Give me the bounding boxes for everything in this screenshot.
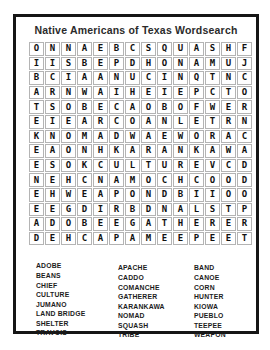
grid-cell: W xyxy=(221,144,236,158)
grid-cell: E xyxy=(221,217,236,231)
grid-cell: E xyxy=(77,188,92,202)
grid-cell: D xyxy=(77,203,92,217)
grid-cell: E xyxy=(93,42,108,56)
grid-cell: H xyxy=(141,57,156,71)
grid-cell: A xyxy=(205,144,220,158)
grid-cell: T xyxy=(205,71,220,85)
word-item: WEAPON xyxy=(194,330,246,340)
grid-cell: E xyxy=(61,115,76,129)
grid-cell: N xyxy=(109,71,124,85)
grid-cell: H xyxy=(45,188,60,202)
grid-cell: A xyxy=(141,130,156,144)
grid-cell: H xyxy=(61,232,76,246)
grid-cell: A xyxy=(77,71,92,85)
grid-cell: E xyxy=(93,57,108,71)
grid-cell: U xyxy=(109,159,124,173)
grid-cell: O xyxy=(141,173,156,187)
grid-cell: J xyxy=(237,57,252,71)
word-item: KIOWA xyxy=(194,302,246,312)
grid-cell: C xyxy=(93,159,108,173)
word-item: HUNTER xyxy=(194,292,246,302)
grid-cell: D xyxy=(157,188,172,202)
grid-cell: W xyxy=(205,100,220,114)
grid-cell: K xyxy=(109,144,124,158)
grid-cell: O xyxy=(61,159,76,173)
grid-cell: R xyxy=(205,217,220,231)
grid-cell: N xyxy=(45,130,60,144)
grid-cell: I xyxy=(93,203,108,217)
grid-cell: V xyxy=(205,159,220,173)
grid-cell: O xyxy=(237,188,252,202)
grid-cell: S xyxy=(45,159,60,173)
grid-cell: A xyxy=(125,100,140,114)
grid-cell: A xyxy=(93,71,108,85)
grid-cell: L xyxy=(125,159,140,173)
word-item: GATHERER xyxy=(118,292,194,302)
grid-cell: A xyxy=(157,144,172,158)
grid-cell: O xyxy=(61,144,76,158)
grid-cell: S xyxy=(45,100,60,114)
grid-cell: O xyxy=(61,130,76,144)
grid-cell: I xyxy=(157,71,172,85)
grid-cell: T xyxy=(221,203,236,217)
grid-cell: N xyxy=(45,42,60,56)
grid-cell: A xyxy=(141,217,156,231)
grid-cell: E xyxy=(173,86,188,100)
grid-cell: O xyxy=(141,100,156,114)
grid-cell: B xyxy=(77,100,92,114)
grid-cell: B xyxy=(77,57,92,71)
word-item: TEEPEE xyxy=(194,321,246,331)
grid-cell: A xyxy=(93,86,108,100)
grid-cell: B xyxy=(125,203,140,217)
grid-cell: D xyxy=(237,173,252,187)
grid-cell: W xyxy=(125,130,140,144)
grid-cell: N xyxy=(141,188,156,202)
grid-cell: I xyxy=(45,57,60,71)
grid-cell: E xyxy=(29,115,44,129)
grid-cell: I xyxy=(157,86,172,100)
grid-cell: E xyxy=(173,232,188,246)
grid-cell: H xyxy=(93,144,108,158)
grid-cell: U xyxy=(173,42,188,56)
grid-cell: W xyxy=(61,188,76,202)
grid-cell: G xyxy=(61,203,76,217)
grid-cell: M xyxy=(77,130,92,144)
wordsearch-grid: ONNAEBCSQUASHFIISBEPDHONAMUJBCIAANUCINQT… xyxy=(29,42,252,245)
grid-cell: I xyxy=(205,188,220,202)
grid-cell: F xyxy=(237,42,252,56)
grid-cell: O xyxy=(157,57,172,71)
grid-cell: A xyxy=(189,42,204,56)
grid-cell: L xyxy=(189,203,204,217)
word-item: JUMANO xyxy=(36,300,118,310)
grid-cell: I xyxy=(189,188,204,202)
grid-cell: R xyxy=(45,86,60,100)
grid-cell: A xyxy=(77,115,92,129)
grid-cell: P xyxy=(189,86,204,100)
grid-cell: A xyxy=(77,42,92,56)
grid-cell: S xyxy=(205,203,220,217)
grid-cell: R xyxy=(141,144,156,158)
puzzle-title: Native Americans of Texas Wordsearch xyxy=(16,24,256,36)
grid-cell: O xyxy=(61,100,76,114)
grid-cell: C xyxy=(109,115,124,129)
grid-cell: T xyxy=(29,100,44,114)
grid-cell: I xyxy=(109,86,124,100)
word-item: CADDO xyxy=(118,273,194,283)
grid-cell: D xyxy=(109,130,124,144)
grid-cell: A xyxy=(221,130,236,144)
grid-cell: E xyxy=(29,188,44,202)
grid-cell: E xyxy=(189,159,204,173)
grid-cell: E xyxy=(45,232,60,246)
grid-cell: T xyxy=(221,86,236,100)
grid-cell: I xyxy=(45,115,60,129)
grid-cell: D xyxy=(237,159,252,173)
grid-cell: P xyxy=(109,232,124,246)
grid-cell: K xyxy=(77,159,92,173)
grid-cell: C xyxy=(237,71,252,85)
grid-cell: C xyxy=(45,71,60,85)
grid-cell: L xyxy=(173,115,188,129)
grid-cell: I xyxy=(61,71,76,85)
grid-cell: O xyxy=(237,86,252,100)
grid-cell: N xyxy=(157,115,172,129)
grid-cell: A xyxy=(93,130,108,144)
grid-cell: E xyxy=(45,203,60,217)
grid-cell: N xyxy=(157,203,172,217)
word-item: NOMAD xyxy=(118,311,194,321)
grid-cell: D xyxy=(45,217,60,231)
grid-cell: O xyxy=(125,115,140,129)
grid-cell: N xyxy=(237,115,252,129)
grid-cell: O xyxy=(61,217,76,231)
grid-cell: S xyxy=(205,42,220,56)
grid-cell: A xyxy=(45,144,60,158)
grid-cell: B xyxy=(157,100,172,114)
grid-cell: W xyxy=(173,130,188,144)
grid-cell: C xyxy=(141,71,156,85)
grid-cell: D xyxy=(29,232,44,246)
grid-cell: R xyxy=(205,130,220,144)
grid-cell: G xyxy=(125,217,140,231)
grid-cell: S xyxy=(141,42,156,56)
grid-cell: C xyxy=(205,86,220,100)
grid-cell: R xyxy=(237,217,252,231)
grid-cell: E xyxy=(93,217,108,231)
grid-cell: A xyxy=(29,86,44,100)
grid-cell: U xyxy=(125,71,140,85)
word-item: APACHE xyxy=(118,263,194,273)
grid-cell: F xyxy=(189,100,204,114)
word-item: BEANS xyxy=(36,271,118,281)
grid-cell: B xyxy=(29,71,44,85)
grid-cell: C xyxy=(189,173,204,187)
grid-cell: S xyxy=(61,57,76,71)
word-item: ADOBE xyxy=(36,261,118,271)
grid-cell: C xyxy=(125,42,140,56)
grid-cell: A xyxy=(173,203,188,217)
grid-cell: P xyxy=(109,57,124,71)
grid-cell: A xyxy=(141,115,156,129)
grid-cell: O xyxy=(221,173,236,187)
grid-cell: N xyxy=(173,71,188,85)
grid-cell: R xyxy=(173,159,188,173)
grid-cell: A xyxy=(109,173,124,187)
word-item: PUEBLO xyxy=(194,311,246,321)
grid-cell: E xyxy=(141,86,156,100)
grid-cell: T xyxy=(157,217,172,231)
word-item: CORN xyxy=(194,283,246,293)
word-item: BAND xyxy=(194,263,246,273)
grid-cell: O xyxy=(205,173,220,187)
grid-cell: C xyxy=(221,159,236,173)
word-item: LAND BRIDGE xyxy=(36,309,118,319)
grid-cell: Q xyxy=(189,71,204,85)
word-item: COMANCHE xyxy=(118,283,194,293)
grid-cell: E xyxy=(29,203,44,217)
worksheet-frame: Native Americans of Texas Wordsearch ONN… xyxy=(13,14,259,334)
grid-cell: W xyxy=(77,86,92,100)
grid-cell: K xyxy=(29,130,44,144)
grid-cell: E xyxy=(29,144,44,158)
grid-cell: H xyxy=(61,173,76,187)
word-item: SHELTER xyxy=(36,319,118,329)
grid-cell: N xyxy=(29,173,44,187)
grid-cell: C xyxy=(157,173,172,187)
grid-cell: H xyxy=(221,42,236,56)
grid-cell: D xyxy=(141,203,156,217)
grid-cell: O xyxy=(189,130,204,144)
grid-cell: N xyxy=(221,71,236,85)
grid-cell: Q xyxy=(157,42,172,56)
grid-cell: C xyxy=(237,130,252,144)
grid-cell: O xyxy=(29,42,44,56)
grid-cell: N xyxy=(93,173,108,187)
grid-cell: E xyxy=(29,159,44,173)
grid-cell: C xyxy=(77,173,92,187)
grid-cell: M xyxy=(141,232,156,246)
grid-cell: P xyxy=(109,188,124,202)
grid-cell: E xyxy=(221,232,236,246)
grid-cell: A xyxy=(125,232,140,246)
grid-cell: B xyxy=(173,188,188,202)
word-item: CULTURE xyxy=(36,290,118,300)
grid-cell: N xyxy=(173,57,188,71)
grid-cell: E xyxy=(93,100,108,114)
grid-cell: O xyxy=(125,188,140,202)
grid-cell: T xyxy=(205,115,220,129)
grid-cell: M xyxy=(125,173,140,187)
grid-cell: R xyxy=(109,203,124,217)
grid-cell: P xyxy=(189,232,204,246)
grid-cell: K xyxy=(189,144,204,158)
grid-cell: P xyxy=(237,203,252,217)
grid-cell: E xyxy=(157,130,172,144)
grid-cell: O xyxy=(173,100,188,114)
grid-cell: T xyxy=(237,232,252,246)
grid-cell: H xyxy=(125,86,140,100)
word-item: TRIBE xyxy=(118,330,194,340)
grid-cell: I xyxy=(29,57,44,71)
grid-cell: B xyxy=(77,217,92,231)
grid-cell: B xyxy=(109,42,124,56)
grid-cell: A xyxy=(93,232,108,246)
grid-cell: M xyxy=(205,57,220,71)
grid-cell: R xyxy=(221,115,236,129)
word-list-column: ADOBEBEANSCHIEFCULTUREJUMANOLAND BRIDGES… xyxy=(36,261,118,340)
grid-cell: N xyxy=(77,144,92,158)
grid-cell: E xyxy=(157,232,172,246)
word-list-column: BANDCANOECORNHUNTERKIOWAPUEBLOTEEPEEWEAP… xyxy=(194,261,246,340)
grid-cell: E xyxy=(189,115,204,129)
grid-cell: E xyxy=(109,217,124,231)
grid-cell: A xyxy=(237,144,252,158)
grid-cell: A xyxy=(29,217,44,231)
grid-cell: C xyxy=(109,100,124,114)
grid-cell: A xyxy=(125,144,140,158)
word-list-column: APACHECADDOCOMANCHEGATHERERKARANKAWANOMA… xyxy=(118,261,194,340)
grid-cell: O xyxy=(221,188,236,202)
word-item: KARANKAWA xyxy=(118,302,194,312)
grid-cell: H xyxy=(173,173,188,187)
grid-cell: E xyxy=(221,100,236,114)
word-item: SQUASH xyxy=(118,321,194,331)
grid-cell: N xyxy=(61,42,76,56)
grid-cell: E xyxy=(189,217,204,231)
grid-cell: H xyxy=(173,217,188,231)
grid-cell: U xyxy=(221,57,236,71)
grid-cell: U xyxy=(157,159,172,173)
grid-cell: A xyxy=(93,188,108,202)
grid-cell: E xyxy=(205,232,220,246)
word-list: ADOBEBEANSCHIEFCULTUREJUMANOLAND BRIDGES… xyxy=(36,261,246,340)
word-item: CHIEF xyxy=(36,281,118,291)
grid-cell: N xyxy=(61,86,76,100)
grid-cell: E xyxy=(45,173,60,187)
grid-cell: C xyxy=(77,232,92,246)
word-item: CANOE xyxy=(194,273,246,283)
grid-cell: A xyxy=(189,57,204,71)
grid-cell: R xyxy=(237,100,252,114)
grid-cell: D xyxy=(125,57,140,71)
grid-cell: R xyxy=(93,115,108,129)
word-item: TRAVOIS xyxy=(36,328,118,338)
grid-cell: T xyxy=(141,159,156,173)
grid-cell: N xyxy=(173,144,188,158)
